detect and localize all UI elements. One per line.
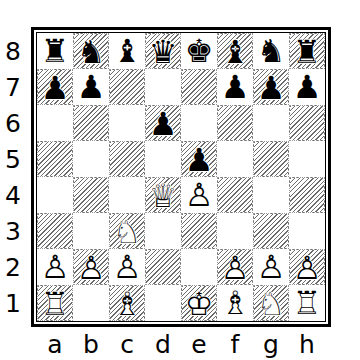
rank-label-4: 4: [0, 177, 26, 213]
square-d7[interactable]: [145, 69, 181, 105]
black-rook-h8[interactable]: ♜: [290, 34, 324, 68]
square-a3[interactable]: [37, 213, 73, 249]
square-h8[interactable]: ♜: [289, 33, 325, 69]
white-bishop-f1[interactable]: ♝♗: [217, 285, 253, 321]
black-pawn-g7[interactable]: ♟: [254, 70, 288, 104]
square-h3[interactable]: [289, 213, 325, 249]
square-f4[interactable]: [217, 177, 253, 213]
board-frame: ♜♞♝♛♚♝♞♜♟♟♟♟♟♟♟♛♕♟♙♞♘♟♙♟♙♟♙♟♙♟♙♟♙♜♖♝♗♚♔♝…: [31, 27, 331, 327]
rank-label-1: 1: [0, 285, 26, 321]
square-h6[interactable]: [289, 105, 325, 141]
white-pawn-h2[interactable]: ♟♙: [290, 250, 324, 284]
square-g4[interactable]: [253, 177, 289, 213]
square-e4[interactable]: ♟♙: [181, 177, 217, 213]
white-king-e1[interactable]: ♚♔: [182, 286, 216, 320]
square-b3[interactable]: [73, 213, 109, 249]
square-d2[interactable]: [145, 249, 181, 285]
black-pawn-a7[interactable]: ♟: [38, 70, 72, 104]
square-g2[interactable]: ♟♙: [253, 249, 289, 285]
white-knight-g1[interactable]: ♞♘: [254, 286, 288, 320]
black-bishop-f8[interactable]: ♝: [218, 34, 252, 68]
file-label-f: f: [217, 330, 253, 359]
black-knight-g8[interactable]: ♞: [253, 33, 289, 69]
square-a5[interactable]: [37, 141, 73, 177]
rank-labels: 87654321: [0, 33, 26, 321]
rank-label-5: 5: [0, 141, 26, 177]
rank-label-6: 6: [0, 105, 26, 141]
square-a8[interactable]: ♜: [37, 33, 73, 69]
square-f8[interactable]: ♝: [217, 33, 253, 69]
square-f3[interactable]: [217, 213, 253, 249]
white-pawn-a2[interactable]: ♟♙: [37, 249, 73, 285]
square-h1[interactable]: ♜♖: [289, 285, 325, 321]
square-c5[interactable]: [109, 141, 145, 177]
square-c6[interactable]: [109, 105, 145, 141]
square-c1[interactable]: ♝♗: [109, 285, 145, 321]
square-d5[interactable]: [145, 141, 181, 177]
white-knight-c3[interactable]: ♞♘: [110, 214, 144, 248]
rank-label-2: 2: [0, 249, 26, 285]
board-inner-border: ♜♞♝♛♚♝♞♜♟♟♟♟♟♟♟♛♕♟♙♞♘♟♙♟♙♟♙♟♙♟♙♟♙♜♖♝♗♚♔♝…: [36, 32, 326, 322]
white-pawn-b2[interactable]: ♟♙: [74, 250, 108, 284]
square-g3[interactable]: [253, 213, 289, 249]
black-pawn-f7[interactable]: ♟: [217, 69, 253, 105]
white-queen-d4[interactable]: ♛♕: [146, 178, 180, 212]
square-g1[interactable]: ♞♘: [253, 285, 289, 321]
white-pawn-e4[interactable]: ♟♙: [181, 177, 217, 213]
square-f7[interactable]: ♟: [217, 69, 253, 105]
square-b7[interactable]: ♟: [73, 69, 109, 105]
square-d1[interactable]: [145, 285, 181, 321]
file-label-a: a: [37, 330, 73, 359]
black-queen-d8[interactable]: ♛: [146, 34, 180, 68]
square-h5[interactable]: [289, 141, 325, 177]
square-h4[interactable]: [289, 177, 325, 213]
square-f2[interactable]: ♟♙: [217, 249, 253, 285]
black-pawn-b7[interactable]: ♟: [73, 69, 109, 105]
black-pawn-d6[interactable]: ♟: [146, 106, 180, 140]
file-label-h: h: [289, 330, 325, 359]
white-bishop-c1[interactable]: ♝♗: [110, 286, 144, 320]
rank-label-8: 8: [0, 33, 26, 69]
white-rook-a1[interactable]: ♜♖: [38, 286, 72, 320]
square-f6[interactable]: [217, 105, 253, 141]
rank-label-7: 7: [0, 69, 26, 105]
square-g8[interactable]: ♞: [253, 33, 289, 69]
white-rook-h1[interactable]: ♜♖: [289, 285, 325, 321]
square-b4[interactable]: [73, 177, 109, 213]
file-label-g: g: [253, 330, 289, 359]
square-b1[interactable]: [73, 285, 109, 321]
black-rook-a8[interactable]: ♜: [37, 33, 73, 69]
square-b6[interactable]: [73, 105, 109, 141]
white-pawn-c2[interactable]: ♟♙: [109, 249, 145, 285]
square-f1[interactable]: ♝♗: [217, 285, 253, 321]
square-a6[interactable]: [37, 105, 73, 141]
black-knight-b8[interactable]: ♞: [74, 34, 108, 68]
square-b8[interactable]: ♞: [73, 33, 109, 69]
square-h2[interactable]: ♟♙: [289, 249, 325, 285]
square-b2[interactable]: ♟♙: [73, 249, 109, 285]
file-labels: abcdefgh: [37, 330, 325, 358]
square-f5[interactable]: [217, 141, 253, 177]
square-c4[interactable]: [109, 177, 145, 213]
square-e1[interactable]: ♚♔: [181, 285, 217, 321]
square-e6[interactable]: [181, 105, 217, 141]
square-c7[interactable]: [109, 69, 145, 105]
square-c8[interactable]: ♝: [109, 33, 145, 69]
file-label-c: c: [109, 330, 145, 359]
file-label-b: b: [73, 330, 109, 359]
white-pawn-f2[interactable]: ♟♙: [218, 250, 252, 284]
square-a1[interactable]: ♜♖: [37, 285, 73, 321]
square-c2[interactable]: ♟♙: [109, 249, 145, 285]
square-e3[interactable]: [181, 213, 217, 249]
square-d8[interactable]: ♛: [145, 33, 181, 69]
square-c3[interactable]: ♞♘: [109, 213, 145, 249]
file-label-d: d: [145, 330, 181, 359]
white-pawn-g2[interactable]: ♟♙: [253, 249, 289, 285]
file-label-e: e: [181, 330, 217, 359]
square-e5[interactable]: ♟: [181, 141, 217, 177]
square-d6[interactable]: ♟: [145, 105, 181, 141]
black-bishop-c8[interactable]: ♝: [109, 33, 145, 69]
square-e7[interactable]: [181, 69, 217, 105]
square-h7[interactable]: ♟: [289, 69, 325, 105]
black-pawn-e5[interactable]: ♟: [182, 142, 216, 176]
rank-label-3: 3: [0, 213, 26, 249]
chess-diagram: 87654321 ♜♞♝♛♚♝♞♜♟♟♟♟♟♟♟♛♕♟♙♞♘♟♙♟♙♟♙♟♙♟♙…: [0, 0, 360, 360]
black-pawn-h7[interactable]: ♟: [289, 69, 325, 105]
square-g7[interactable]: ♟: [253, 69, 289, 105]
square-a2[interactable]: ♟♙: [37, 249, 73, 285]
square-a7[interactable]: ♟: [37, 69, 73, 105]
square-g5[interactable]: [253, 141, 289, 177]
square-a4[interactable]: [37, 177, 73, 213]
board-grid: ♜♞♝♛♚♝♞♜♟♟♟♟♟♟♟♛♕♟♙♞♘♟♙♟♙♟♙♟♙♟♙♟♙♜♖♝♗♚♔♝…: [37, 33, 325, 321]
square-b5[interactable]: [73, 141, 109, 177]
square-g6[interactable]: [253, 105, 289, 141]
black-king-e8[interactable]: ♚: [181, 33, 217, 69]
square-e2[interactable]: [181, 249, 217, 285]
square-d3[interactable]: [145, 213, 181, 249]
square-d4[interactable]: ♛♕: [145, 177, 181, 213]
square-e8[interactable]: ♚: [181, 33, 217, 69]
